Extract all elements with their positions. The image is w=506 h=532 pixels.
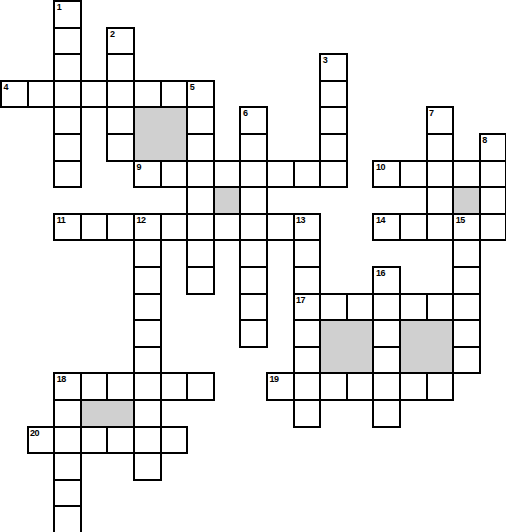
clue-number-8: 8 bbox=[482, 135, 487, 145]
clue-number-10: 10 bbox=[376, 162, 385, 172]
cell-r11c15[interactable] bbox=[399, 293, 428, 322]
cell-r7c7[interactable] bbox=[186, 186, 215, 215]
cell-r0c2[interactable]: 1 bbox=[53, 0, 82, 29]
cell-r2c2[interactable] bbox=[53, 53, 82, 82]
blocked-region bbox=[133, 106, 188, 161]
cell-r2c4[interactable] bbox=[106, 53, 135, 82]
cell-r12c11[interactable] bbox=[293, 319, 322, 348]
cell-r15c14[interactable] bbox=[372, 399, 401, 428]
cell-r6c12[interactable] bbox=[319, 160, 348, 189]
cell-r16c5[interactable] bbox=[133, 426, 162, 455]
cell-r14c10[interactable]: 19 bbox=[266, 372, 295, 401]
cell-r7c18[interactable] bbox=[479, 186, 506, 215]
clue-number-11: 11 bbox=[57, 215, 66, 225]
cell-r17c2[interactable] bbox=[53, 452, 82, 481]
cell-r8c14[interactable]: 14 bbox=[372, 213, 401, 242]
cell-r8c15[interactable] bbox=[399, 213, 428, 242]
cell-r6c2[interactable] bbox=[53, 160, 82, 189]
clue-number-16: 16 bbox=[376, 268, 385, 278]
clue-number-20: 20 bbox=[30, 428, 39, 438]
clue-number-6: 6 bbox=[243, 108, 248, 118]
cell-r3c3[interactable] bbox=[80, 80, 109, 109]
clue-number-4: 4 bbox=[4, 82, 9, 92]
cell-r6c10[interactable] bbox=[266, 160, 295, 189]
clue-number-2: 2 bbox=[110, 29, 115, 39]
cell-r10c14[interactable]: 16 bbox=[372, 266, 401, 295]
cell-r8c17[interactable]: 15 bbox=[452, 213, 481, 242]
cell-r6c16[interactable] bbox=[426, 160, 455, 189]
cell-r16c1[interactable]: 20 bbox=[27, 426, 56, 455]
cell-r16c6[interactable] bbox=[160, 426, 189, 455]
cell-r6c14[interactable]: 10 bbox=[372, 160, 401, 189]
cell-r9c7[interactable] bbox=[186, 239, 215, 268]
cell-r8c16[interactable] bbox=[426, 213, 455, 242]
cell-r16c2[interactable] bbox=[53, 426, 82, 455]
cell-r3c6[interactable] bbox=[160, 80, 189, 109]
cell-r4c4[interactable] bbox=[106, 106, 135, 135]
cell-r14c16[interactable] bbox=[426, 372, 455, 401]
cell-r12c14[interactable] bbox=[372, 319, 401, 348]
clue-number-1: 1 bbox=[57, 2, 62, 12]
cell-r11c14[interactable] bbox=[372, 293, 401, 322]
cell-r6c9[interactable] bbox=[239, 160, 268, 189]
clue-number-3: 3 bbox=[323, 55, 328, 65]
cell-r11c17[interactable] bbox=[452, 293, 481, 322]
cell-r14c5[interactable] bbox=[133, 372, 162, 401]
cell-r5c9[interactable] bbox=[239, 133, 268, 162]
clue-number-13: 13 bbox=[296, 215, 305, 225]
cell-r14c12[interactable] bbox=[319, 372, 348, 401]
cell-r3c7[interactable]: 5 bbox=[186, 80, 215, 109]
cell-r16c4[interactable] bbox=[106, 426, 135, 455]
cell-r11c11[interactable]: 17 bbox=[293, 293, 322, 322]
cell-r1c2[interactable] bbox=[53, 27, 82, 56]
cell-r8c9[interactable] bbox=[239, 213, 268, 242]
clue-number-12: 12 bbox=[137, 215, 146, 225]
cell-r13c5[interactable] bbox=[133, 346, 162, 375]
cell-r14c11[interactable] bbox=[293, 372, 322, 401]
cell-r6c8[interactable] bbox=[213, 160, 242, 189]
cell-r14c13[interactable] bbox=[346, 372, 375, 401]
cell-r4c12[interactable] bbox=[319, 106, 348, 135]
cell-r19c2[interactable] bbox=[53, 505, 82, 532]
blocked-region bbox=[319, 319, 374, 374]
cell-r5c7[interactable] bbox=[186, 133, 215, 162]
cell-r11c16[interactable] bbox=[426, 293, 455, 322]
cell-r3c12[interactable] bbox=[319, 80, 348, 109]
clue-number-19: 19 bbox=[270, 374, 279, 384]
cell-r3c5[interactable] bbox=[133, 80, 162, 109]
cell-r17c5[interactable] bbox=[133, 452, 162, 481]
cell-r6c11[interactable] bbox=[293, 160, 322, 189]
cell-r4c7[interactable] bbox=[186, 106, 215, 135]
cell-r9c11[interactable] bbox=[293, 239, 322, 268]
cell-r13c11[interactable] bbox=[293, 346, 322, 375]
cell-r15c2[interactable] bbox=[53, 399, 82, 428]
clue-number-18: 18 bbox=[57, 374, 66, 384]
cell-r14c6[interactable] bbox=[160, 372, 189, 401]
cell-r3c0[interactable]: 4 bbox=[0, 80, 29, 109]
cell-r11c12[interactable] bbox=[319, 293, 348, 322]
cell-r5c18[interactable]: 8 bbox=[479, 133, 506, 162]
cell-r1c4[interactable]: 2 bbox=[106, 27, 135, 56]
cell-r9c9[interactable] bbox=[239, 239, 268, 268]
cell-r4c16[interactable]: 7 bbox=[426, 106, 455, 135]
cell-r8c6[interactable] bbox=[160, 213, 189, 242]
cell-r15c11[interactable] bbox=[293, 399, 322, 428]
cell-r5c12[interactable] bbox=[319, 133, 348, 162]
cell-r13c17[interactable] bbox=[452, 346, 481, 375]
clue-number-7: 7 bbox=[429, 108, 434, 118]
cell-r3c1[interactable] bbox=[27, 80, 56, 109]
cell-r10c9[interactable] bbox=[239, 266, 268, 295]
cell-r8c5[interactable]: 12 bbox=[133, 213, 162, 242]
cell-r5c2[interactable] bbox=[53, 133, 82, 162]
clue-number-17: 17 bbox=[296, 295, 305, 305]
cell-r12c17[interactable] bbox=[452, 319, 481, 348]
cell-r12c9[interactable] bbox=[239, 319, 268, 348]
cell-r7c16[interactable] bbox=[426, 186, 455, 215]
cell-r18c2[interactable] bbox=[53, 479, 82, 508]
cell-r14c3[interactable] bbox=[80, 372, 109, 401]
blocked-region bbox=[452, 186, 481, 215]
cell-r4c9[interactable]: 6 bbox=[239, 106, 268, 135]
cell-r14c14[interactable] bbox=[372, 372, 401, 401]
clue-number-9: 9 bbox=[137, 162, 142, 172]
cell-r14c7[interactable] bbox=[186, 372, 215, 401]
cell-r7c9[interactable] bbox=[239, 186, 268, 215]
cell-r8c18[interactable] bbox=[479, 213, 506, 242]
cell-r6c17[interactable] bbox=[452, 160, 481, 189]
cell-r14c2[interactable]: 18 bbox=[53, 372, 82, 401]
cell-r16c3[interactable] bbox=[80, 426, 109, 455]
cell-r4c2[interactable] bbox=[53, 106, 82, 135]
clue-number-15: 15 bbox=[456, 215, 465, 225]
cell-r6c7[interactable] bbox=[186, 160, 215, 189]
cell-r10c17[interactable] bbox=[452, 266, 481, 295]
cell-r13c14[interactable] bbox=[372, 346, 401, 375]
blocked-region bbox=[399, 319, 454, 374]
cell-r11c9[interactable] bbox=[239, 293, 268, 322]
cell-r11c13[interactable] bbox=[346, 293, 375, 322]
cell-r6c5[interactable]: 9 bbox=[133, 160, 162, 189]
cell-r8c8[interactable] bbox=[213, 213, 242, 242]
cell-r14c15[interactable] bbox=[399, 372, 428, 401]
cell-r8c11[interactable]: 13 bbox=[293, 213, 322, 242]
cell-r6c6[interactable] bbox=[160, 160, 189, 189]
cell-r15c5[interactable] bbox=[133, 399, 162, 428]
cell-r8c4[interactable] bbox=[106, 213, 135, 242]
cell-r8c2[interactable]: 11 bbox=[53, 213, 82, 242]
cell-r9c17[interactable] bbox=[452, 239, 481, 268]
cell-r6c15[interactable] bbox=[399, 160, 428, 189]
cell-r10c11[interactable] bbox=[293, 266, 322, 295]
cell-r14c4[interactable] bbox=[106, 372, 135, 401]
cell-r8c7[interactable] bbox=[186, 213, 215, 242]
cell-r6c18[interactable] bbox=[479, 160, 506, 189]
cell-r5c16[interactable] bbox=[426, 133, 455, 162]
cell-r9c5[interactable] bbox=[133, 239, 162, 268]
blocked-region bbox=[213, 186, 242, 215]
cell-r3c4[interactable] bbox=[106, 80, 135, 109]
blocked-region bbox=[80, 399, 135, 428]
cell-r8c10[interactable] bbox=[266, 213, 295, 242]
cell-r12c5[interactable] bbox=[133, 319, 162, 348]
cell-r11c5[interactable] bbox=[133, 293, 162, 322]
cell-r2c12[interactable]: 3 bbox=[319, 53, 348, 82]
cell-r10c7[interactable] bbox=[186, 266, 215, 295]
cell-r10c5[interactable] bbox=[133, 266, 162, 295]
cell-r5c4[interactable] bbox=[106, 133, 135, 162]
clue-number-5: 5 bbox=[190, 82, 195, 92]
cell-r3c2[interactable] bbox=[53, 80, 82, 109]
cell-r8c3[interactable] bbox=[80, 213, 109, 242]
clue-number-14: 14 bbox=[376, 215, 385, 225]
crossword-board: 1234567891011121314151617181920 bbox=[0, 0, 506, 532]
